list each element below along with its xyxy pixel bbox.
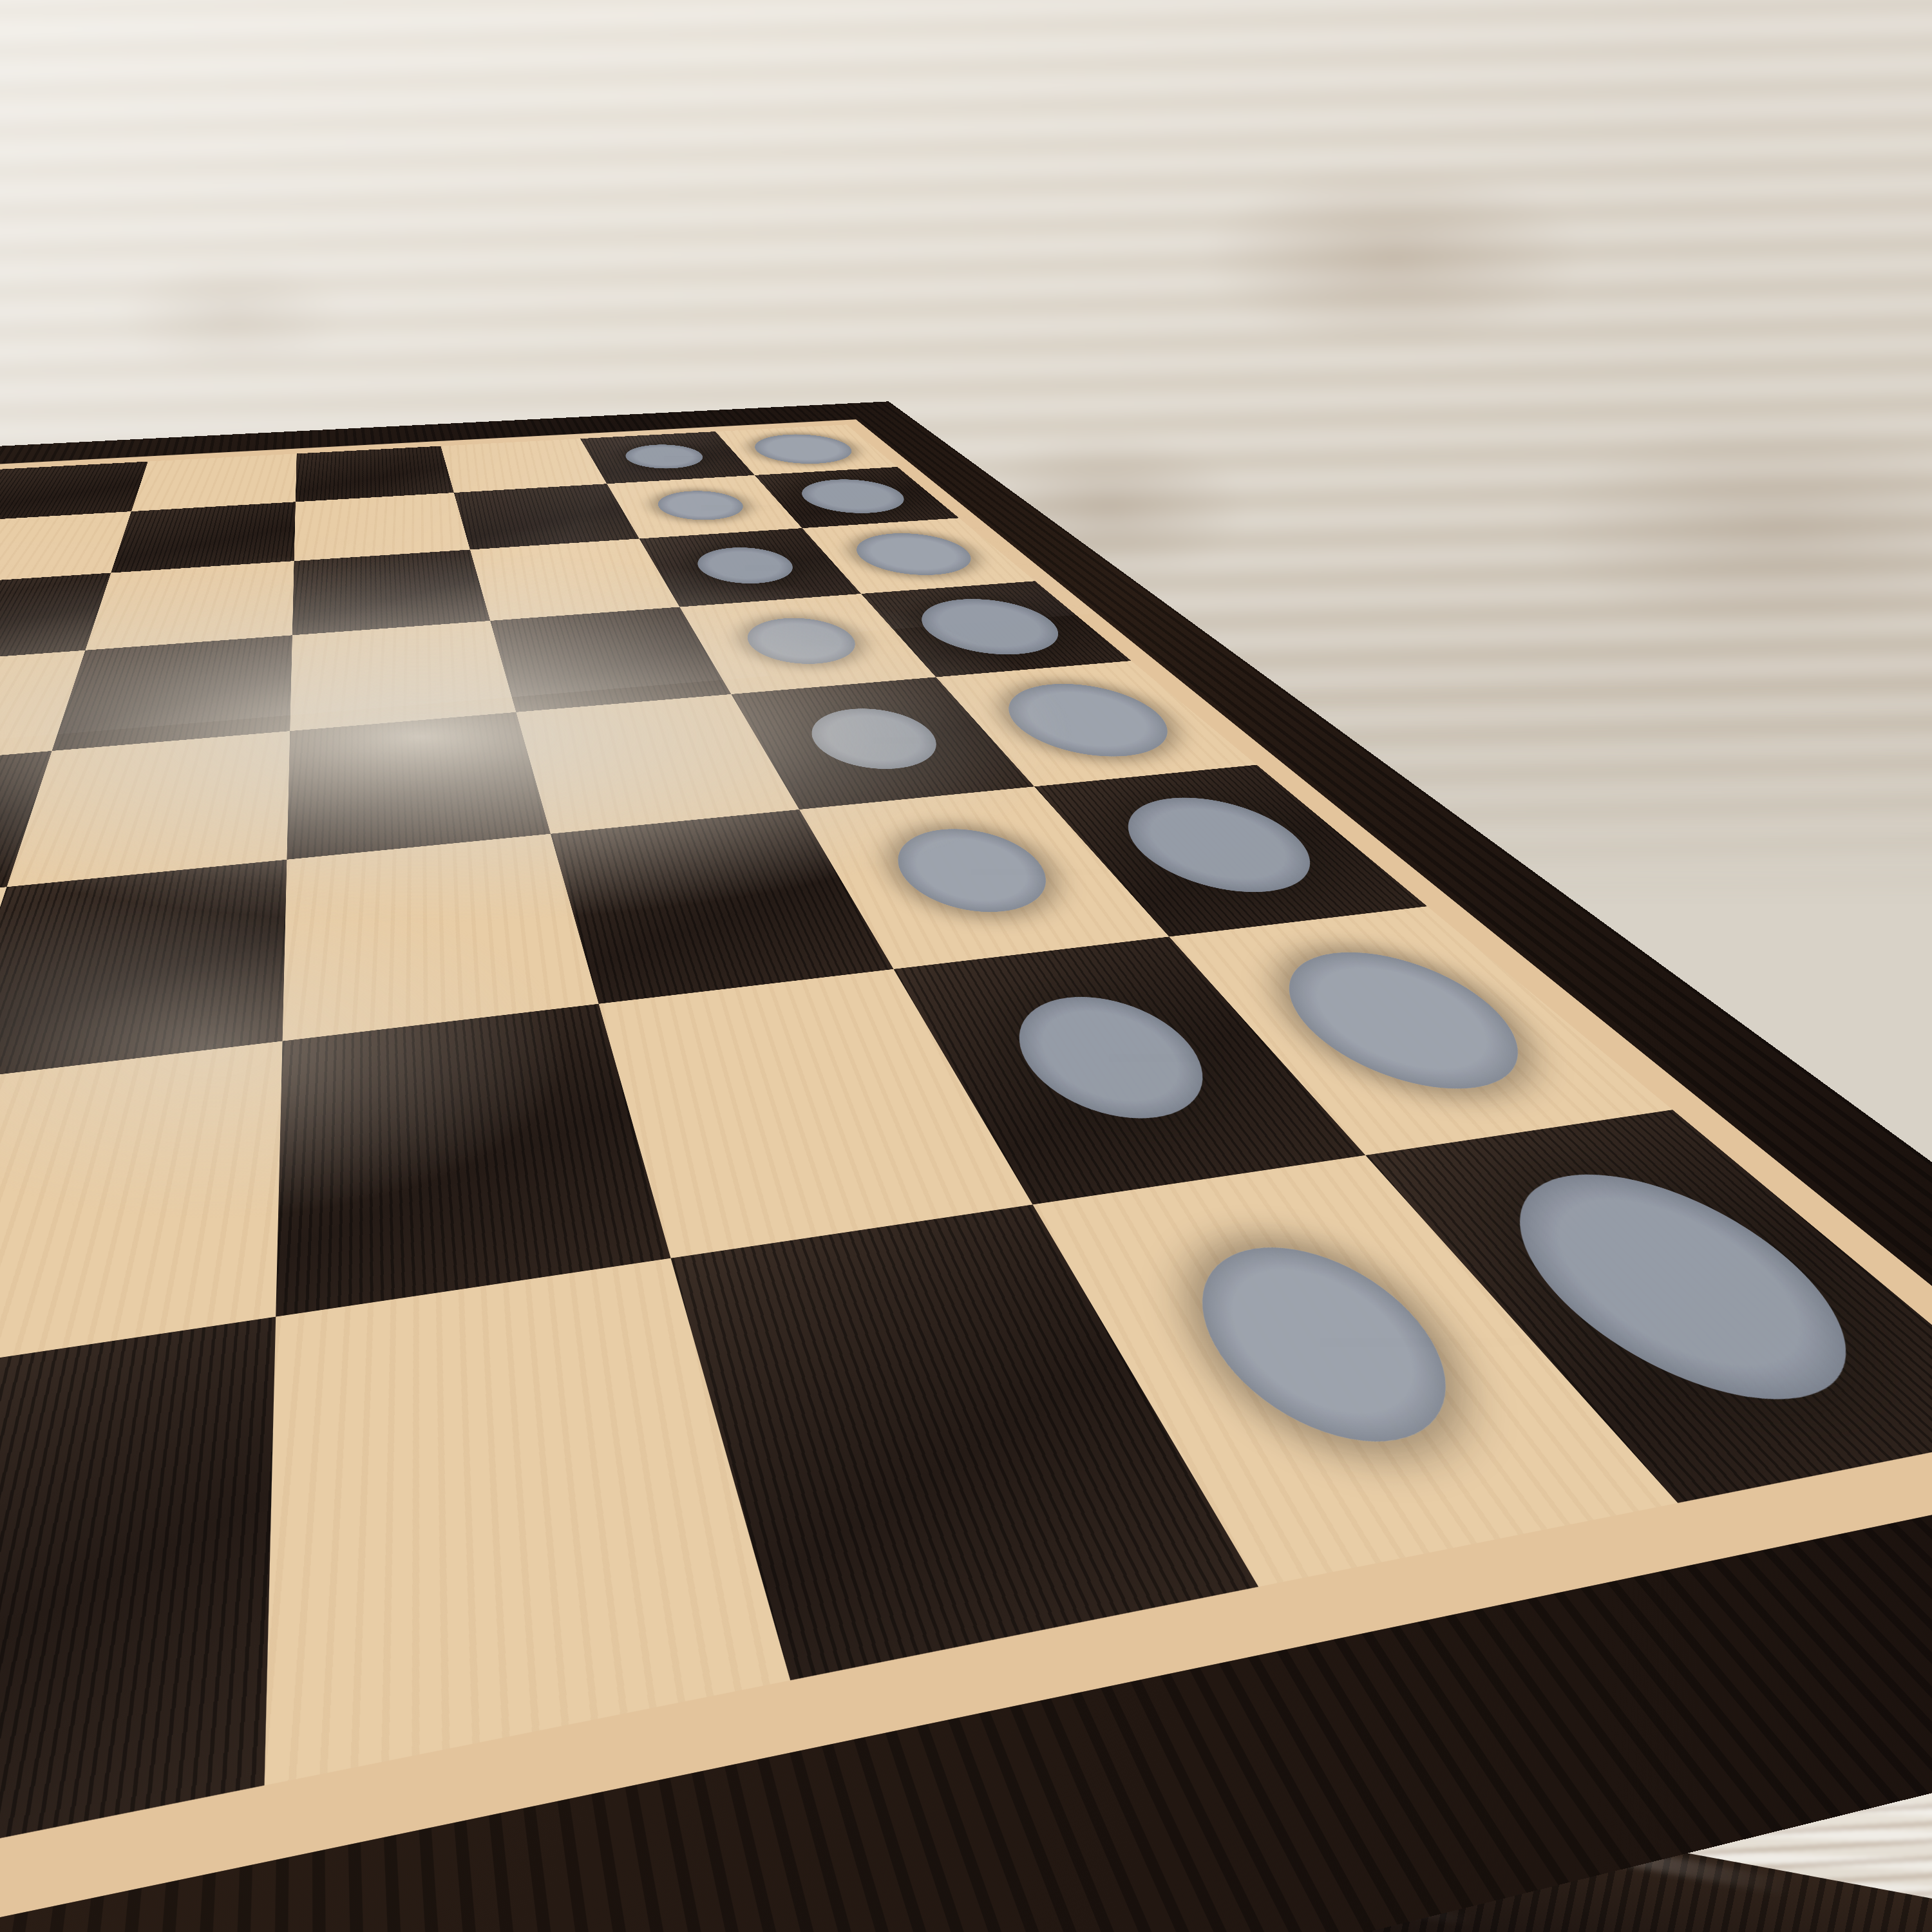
white-pawn-glyph: ♟ [989, 650, 1652, 1390]
square-a5 [0, 1317, 276, 1904]
board-scene: ♜♞♝♛♚♝♞♜♟♟♟♟♟♟♟♟ [0, 0, 1932, 1932]
chess-board: ♜♞♝♛♚♝♞♜♟♟♟♟♟♟♟♟ [0, 401, 1932, 1932]
